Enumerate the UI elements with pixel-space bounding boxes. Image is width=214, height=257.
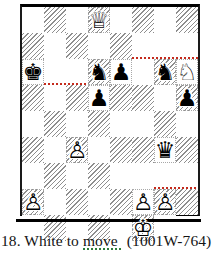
diagram-caption: 18. White to move (1001W-764) (1, 232, 214, 250)
square-g7[interactable]: ♞ (88, 59, 110, 85)
square-c4[interactable] (176, 111, 198, 137)
square-h4[interactable] (110, 137, 132, 163)
square-e2[interactable] (88, 189, 110, 215)
square-d4[interactable] (22, 137, 44, 163)
square-d7[interactable] (88, 33, 110, 59)
square-e7[interactable] (110, 33, 132, 59)
square-a2[interactable] (132, 163, 154, 189)
square-c5[interactable]: ♟ (176, 85, 198, 111)
square-e3[interactable] (44, 163, 66, 189)
caption-text-before: 18. White to (1, 232, 83, 249)
square-e5[interactable] (44, 111, 66, 137)
piece-bQ-b3: ♛ (155, 137, 176, 163)
square-g5[interactable] (88, 111, 110, 137)
square-f5[interactable] (66, 111, 88, 137)
chess-diagram: ♕♚♞♟♞♘♟♟♙♛♙♙♙♔ (20, 4, 200, 216)
square-b5[interactable] (154, 85, 176, 111)
piece-wN-c6: ♘ (177, 59, 198, 85)
square-h2[interactable]: ♙ (154, 189, 176, 215)
square-b8[interactable] (44, 7, 66, 33)
square-d2[interactable] (66, 189, 88, 215)
square-f3[interactable] (66, 163, 88, 189)
square-c3[interactable] (176, 137, 198, 163)
square-g3[interactable] (88, 163, 110, 189)
piece-bN-g7: ♞ (89, 59, 110, 85)
square-d8[interactable]: ♕ (88, 7, 110, 33)
square-h8[interactable] (176, 7, 198, 33)
document-page: ♕♚♞♟♞♘♟♟♙♛♙♙♙♔ 18. White to move (1001W-… (0, 0, 214, 257)
square-d3[interactable] (22, 163, 44, 189)
square-b2[interactable]: ♙ (22, 189, 44, 215)
square-a8[interactable] (22, 7, 44, 33)
piece-bP-g6: ♟ (89, 85, 110, 111)
square-e4[interactable] (44, 137, 66, 163)
square-g8[interactable] (154, 7, 176, 33)
piece-wP-h2: ♙ (155, 189, 176, 215)
diagram-bottom-rule (16, 219, 201, 222)
square-a3[interactable] (132, 137, 154, 163)
square-a6[interactable] (132, 59, 154, 85)
square-e6[interactable] (44, 85, 66, 111)
piece-wP-g2: ♙ (133, 189, 154, 215)
square-h7[interactable]: ♟ (110, 59, 132, 85)
piece-bN-b6: ♞ (155, 59, 176, 85)
square-g6[interactable]: ♟ (88, 85, 110, 111)
piece-wP-b2: ♙ (23, 189, 44, 215)
square-a7[interactable] (22, 33, 44, 59)
square-f8[interactable] (132, 7, 154, 33)
square-d6[interactable] (22, 85, 44, 111)
spellcheck-squiggle (154, 187, 198, 189)
square-a5[interactable] (132, 85, 154, 111)
square-h3[interactable] (110, 163, 132, 189)
piece-bK-f7: ♚ (23, 59, 44, 85)
square-g2[interactable]: ♙ (132, 189, 154, 215)
square-d5[interactable] (22, 111, 44, 137)
square-h6[interactable] (110, 85, 132, 111)
square-c6[interactable]: ♘ (176, 59, 198, 85)
spellcheck-squiggle (44, 83, 88, 85)
square-g1[interactable]: ♔ (132, 215, 154, 241)
square-f6[interactable] (66, 85, 88, 111)
square-f4[interactable]: ♙ (66, 137, 88, 163)
square-h5[interactable] (110, 111, 132, 137)
spellcheck-squiggle (132, 57, 198, 59)
square-g4[interactable] (88, 137, 110, 163)
square-c2[interactable] (44, 189, 66, 215)
square-f2[interactable] (110, 189, 132, 215)
square-f7[interactable]: ♚ (22, 59, 44, 85)
square-c8[interactable] (66, 7, 88, 33)
square-e8[interactable] (110, 7, 132, 33)
square-a4[interactable] (132, 111, 154, 137)
square-c7[interactable] (66, 33, 88, 59)
piece-bP-h7: ♟ (111, 59, 132, 85)
chess-board: ♕♚♞♟♞♘♟♟♙♛♙♙♙♔ (20, 4, 200, 216)
square-b6[interactable]: ♞ (154, 59, 176, 85)
square-b4[interactable] (154, 111, 176, 137)
caption-word-move-grammar-underline: move (83, 232, 123, 250)
square-a1[interactable] (176, 189, 198, 215)
piece-wP-f4: ♙ (67, 137, 88, 163)
piece-bP-c5: ♟ (177, 85, 198, 111)
square-b7[interactable] (44, 33, 66, 59)
piece-wK-g1: ♔ (133, 215, 154, 241)
piece-wQ-d8: ♕ (89, 7, 110, 33)
square-b3[interactable]: ♛ (154, 137, 176, 163)
